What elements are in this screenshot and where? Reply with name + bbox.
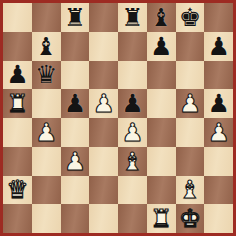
square-h1[interactable] bbox=[204, 204, 233, 233]
black-pawn: ♟ bbox=[121, 91, 143, 116]
square-h2[interactable] bbox=[204, 176, 233, 205]
square-b6[interactable]: ♛ bbox=[32, 61, 61, 90]
square-f6[interactable] bbox=[147, 61, 176, 90]
square-c3[interactable]: ♟ bbox=[61, 147, 90, 176]
white-pawn: ♟ bbox=[121, 120, 143, 145]
white-pawn: ♟ bbox=[92, 91, 114, 116]
black-rook: ♜ bbox=[121, 5, 143, 30]
square-f1[interactable]: ♜ bbox=[147, 204, 176, 233]
square-e8[interactable]: ♜ bbox=[118, 3, 147, 32]
black-queen: ♛ bbox=[35, 62, 57, 87]
square-a3[interactable] bbox=[3, 147, 32, 176]
square-h4[interactable]: ♟ bbox=[204, 118, 233, 147]
square-e7[interactable] bbox=[118, 32, 147, 61]
square-g7[interactable] bbox=[176, 32, 205, 61]
square-c4[interactable] bbox=[61, 118, 90, 147]
square-a2[interactable]: ♛ bbox=[3, 176, 32, 205]
square-c1[interactable] bbox=[61, 204, 90, 233]
square-g8[interactable]: ♚ bbox=[176, 3, 205, 32]
black-pawn: ♟ bbox=[207, 34, 229, 59]
square-g1[interactable]: ♚ bbox=[176, 204, 205, 233]
white-pawn: ♟ bbox=[179, 91, 201, 116]
square-h8[interactable] bbox=[204, 3, 233, 32]
square-c2[interactable] bbox=[61, 176, 90, 205]
square-g3[interactable] bbox=[176, 147, 205, 176]
chess-board: ♜♜♝♚♝♟♟♟♛♜♟♟♟♟♟♟♟♟♟♝♛♝♜♚ bbox=[3, 3, 233, 233]
square-e3[interactable]: ♝ bbox=[118, 147, 147, 176]
square-a1[interactable] bbox=[3, 204, 32, 233]
square-g4[interactable] bbox=[176, 118, 205, 147]
black-rook: ♜ bbox=[64, 5, 86, 30]
square-a7[interactable] bbox=[3, 32, 32, 61]
square-g2[interactable]: ♝ bbox=[176, 176, 205, 205]
white-pawn: ♟ bbox=[35, 120, 57, 145]
black-pawn: ♟ bbox=[64, 91, 86, 116]
square-f5[interactable] bbox=[147, 89, 176, 118]
square-d8[interactable] bbox=[89, 3, 118, 32]
square-d5[interactable]: ♟ bbox=[89, 89, 118, 118]
square-b1[interactable] bbox=[32, 204, 61, 233]
black-bishop: ♝ bbox=[35, 34, 57, 59]
square-b4[interactable]: ♟ bbox=[32, 118, 61, 147]
square-f8[interactable]: ♝ bbox=[147, 3, 176, 32]
white-pawn: ♟ bbox=[64, 149, 86, 174]
square-e5[interactable]: ♟ bbox=[118, 89, 147, 118]
square-d2[interactable] bbox=[89, 176, 118, 205]
square-b8[interactable] bbox=[32, 3, 61, 32]
square-h6[interactable] bbox=[204, 61, 233, 90]
square-g5[interactable]: ♟ bbox=[176, 89, 205, 118]
square-f7[interactable]: ♟ bbox=[147, 32, 176, 61]
square-c8[interactable]: ♜ bbox=[61, 3, 90, 32]
white-rook: ♜ bbox=[150, 206, 172, 231]
white-bishop: ♝ bbox=[121, 149, 143, 174]
square-a6[interactable]: ♟ bbox=[3, 61, 32, 90]
square-e1[interactable] bbox=[118, 204, 147, 233]
square-f4[interactable] bbox=[147, 118, 176, 147]
square-h5[interactable]: ♟ bbox=[204, 89, 233, 118]
square-b5[interactable] bbox=[32, 89, 61, 118]
square-e2[interactable] bbox=[118, 176, 147, 205]
square-b7[interactable]: ♝ bbox=[32, 32, 61, 61]
square-e4[interactable]: ♟ bbox=[118, 118, 147, 147]
black-pawn: ♟ bbox=[6, 62, 28, 87]
white-king: ♚ bbox=[179, 206, 201, 231]
square-h7[interactable]: ♟ bbox=[204, 32, 233, 61]
square-b2[interactable] bbox=[32, 176, 61, 205]
square-d4[interactable] bbox=[89, 118, 118, 147]
square-g6[interactable] bbox=[176, 61, 205, 90]
square-a4[interactable] bbox=[3, 118, 32, 147]
square-c6[interactable] bbox=[61, 61, 90, 90]
square-d1[interactable] bbox=[89, 204, 118, 233]
white-pawn: ♟ bbox=[207, 120, 229, 145]
white-queen: ♛ bbox=[6, 177, 28, 202]
black-pawn: ♟ bbox=[207, 91, 229, 116]
white-rook: ♜ bbox=[6, 91, 28, 116]
square-f3[interactable] bbox=[147, 147, 176, 176]
square-d7[interactable] bbox=[89, 32, 118, 61]
square-f2[interactable] bbox=[147, 176, 176, 205]
square-c7[interactable] bbox=[61, 32, 90, 61]
black-king: ♚ bbox=[179, 5, 201, 30]
square-d6[interactable] bbox=[89, 61, 118, 90]
black-bishop: ♝ bbox=[150, 5, 172, 30]
square-e6[interactable] bbox=[118, 61, 147, 90]
square-h3[interactable] bbox=[204, 147, 233, 176]
black-pawn: ♟ bbox=[150, 34, 172, 59]
square-d3[interactable] bbox=[89, 147, 118, 176]
square-c5[interactable]: ♟ bbox=[61, 89, 90, 118]
chess-board-frame: ♜♜♝♚♝♟♟♟♛♜♟♟♟♟♟♟♟♟♟♝♛♝♜♚ bbox=[0, 0, 236, 236]
square-b3[interactable] bbox=[32, 147, 61, 176]
white-bishop: ♝ bbox=[179, 177, 201, 202]
square-a5[interactable]: ♜ bbox=[3, 89, 32, 118]
square-a8[interactable] bbox=[3, 3, 32, 32]
